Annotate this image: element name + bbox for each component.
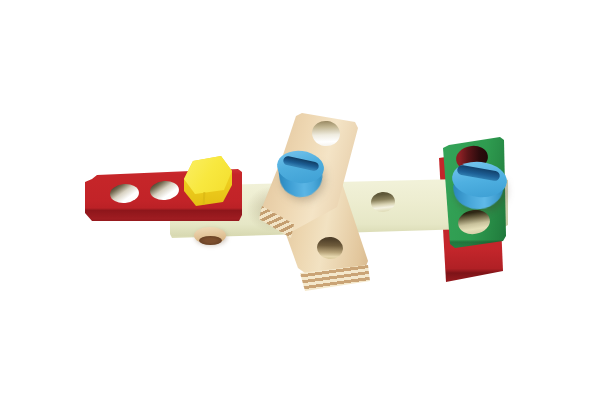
toy-construction-photo [0,0,600,400]
wood-knob-shadow [199,236,222,245]
